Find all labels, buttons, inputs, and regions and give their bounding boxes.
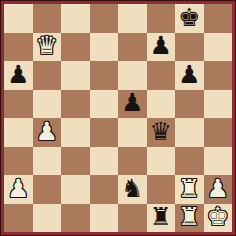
square-f1[interactable]: ♜ — [147, 204, 176, 233]
square-g3[interactable] — [175, 147, 204, 176]
square-h2[interactable]: ♟ — [204, 175, 233, 204]
square-e8[interactable] — [118, 4, 147, 33]
square-f8[interactable] — [147, 4, 176, 33]
square-b1[interactable] — [33, 204, 62, 233]
square-c2[interactable] — [61, 175, 90, 204]
square-d1[interactable] — [90, 204, 119, 233]
square-d7[interactable] — [90, 33, 119, 62]
square-b7[interactable]: ♛ — [33, 33, 62, 62]
white-rook-piece: ♜ — [178, 176, 200, 201]
square-a2[interactable]: ♟ — [4, 175, 33, 204]
square-c3[interactable] — [61, 147, 90, 176]
square-c7[interactable] — [61, 33, 90, 62]
white-pawn-piece: ♟ — [36, 119, 58, 144]
square-a5[interactable] — [4, 90, 33, 119]
square-a4[interactable] — [4, 118, 33, 147]
square-c5[interactable] — [61, 90, 90, 119]
square-a7[interactable] — [4, 33, 33, 62]
square-h6[interactable] — [204, 61, 233, 90]
square-h1[interactable]: ♚ — [204, 204, 233, 233]
square-e2[interactable]: ♞ — [118, 175, 147, 204]
black-knight-piece: ♞ — [121, 176, 143, 201]
square-e5[interactable]: ♟ — [118, 90, 147, 119]
square-b4[interactable]: ♟ — [33, 118, 62, 147]
black-queen-piece: ♛ — [150, 119, 172, 144]
square-a8[interactable] — [4, 4, 33, 33]
square-g7[interactable] — [175, 33, 204, 62]
white-rook-piece: ♜ — [178, 204, 200, 229]
square-g1[interactable]: ♜ — [175, 204, 204, 233]
square-b8[interactable] — [33, 4, 62, 33]
square-f6[interactable] — [147, 61, 176, 90]
square-h3[interactable] — [204, 147, 233, 176]
square-e4[interactable] — [118, 118, 147, 147]
white-pawn-piece: ♟ — [207, 176, 229, 201]
square-d8[interactable] — [90, 4, 119, 33]
square-g5[interactable] — [175, 90, 204, 119]
square-c6[interactable] — [61, 61, 90, 90]
square-a1[interactable] — [4, 204, 33, 233]
square-c8[interactable] — [61, 4, 90, 33]
square-b2[interactable] — [33, 175, 62, 204]
square-g6[interactable]: ♟ — [175, 61, 204, 90]
square-a6[interactable]: ♟ — [4, 61, 33, 90]
black-king-piece: ♚ — [178, 5, 200, 30]
square-f2[interactable] — [147, 175, 176, 204]
square-f7[interactable]: ♟ — [147, 33, 176, 62]
square-e7[interactable] — [118, 33, 147, 62]
square-b5[interactable] — [33, 90, 62, 119]
square-c1[interactable] — [61, 204, 90, 233]
square-f3[interactable] — [147, 147, 176, 176]
square-g4[interactable] — [175, 118, 204, 147]
black-pawn-piece: ♟ — [121, 90, 143, 115]
white-queen-piece: ♛ — [36, 33, 58, 58]
square-g8[interactable]: ♚ — [175, 4, 204, 33]
white-pawn-piece: ♟ — [7, 176, 29, 201]
square-d2[interactable] — [90, 175, 119, 204]
black-pawn-piece: ♟ — [178, 62, 200, 87]
square-g2[interactable]: ♜ — [175, 175, 204, 204]
square-h7[interactable] — [204, 33, 233, 62]
square-d6[interactable] — [90, 61, 119, 90]
square-e6[interactable] — [118, 61, 147, 90]
square-d5[interactable] — [90, 90, 119, 119]
square-f5[interactable] — [147, 90, 176, 119]
black-pawn-piece: ♟ — [150, 33, 172, 58]
square-c4[interactable] — [61, 118, 90, 147]
black-rook-piece: ♜ — [150, 204, 172, 229]
square-h4[interactable] — [204, 118, 233, 147]
square-a3[interactable] — [4, 147, 33, 176]
square-h8[interactable] — [204, 4, 233, 33]
square-e3[interactable] — [118, 147, 147, 176]
chess-board: ♚♛♟♟♟♟♟♛♟♞♜♟♜♜♚ — [4, 4, 232, 232]
chess-board-frame: ♚♛♟♟♟♟♟♛♟♞♜♟♜♜♚ — [0, 0, 236, 236]
square-d4[interactable] — [90, 118, 119, 147]
white-king-piece: ♚ — [207, 204, 229, 229]
square-b3[interactable] — [33, 147, 62, 176]
square-h5[interactable] — [204, 90, 233, 119]
black-pawn-piece: ♟ — [7, 62, 29, 87]
square-e1[interactable] — [118, 204, 147, 233]
square-f4[interactable]: ♛ — [147, 118, 176, 147]
square-b6[interactable] — [33, 61, 62, 90]
square-d3[interactable] — [90, 147, 119, 176]
